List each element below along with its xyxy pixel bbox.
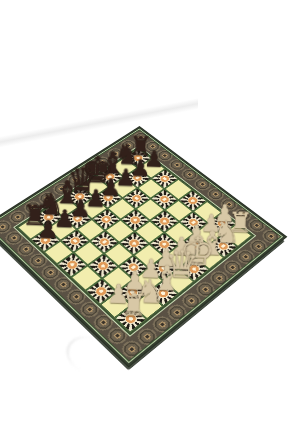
chess-set-photo: { "game": "chess", "position": { "fen": …: [0, 0, 298, 448]
square-d3: [134, 244, 164, 268]
photo-scene: ♜♞♝♛♚♝♞♜♟♟♟♟♟♟♟♟♟♟♟♟♟♟♟♟♜♞♝♛♚♝♞♜: [0, 0, 298, 448]
board-frame: ♜♞♝♛♚♝♞♜♟♟♟♟♟♟♟♟♟♟♟♟♟♟♟♟♜♞♝♛♚♝♞♜: [0, 127, 286, 366]
board-grid: ♜♞♝♛♚♝♞♜♟♟♟♟♟♟♟♟♟♟♟♟♟♟♟♟♜♞♝♛♚♝♞♜: [15, 146, 255, 335]
square-e6: [107, 198, 136, 220]
square-a7: ♟: [30, 228, 60, 251]
chess-board: ♜♞♝♛♚♝♞♜♟♟♟♟♟♟♟♟♟♟♟♟♟♟♟♟♜♞♝♛♚♝♞♜: [0, 127, 286, 366]
piece-dark-rook-h8: ♜: [104, 132, 178, 160]
piece-light-knight-g1: ♞: [186, 216, 267, 249]
square-h4: [179, 190, 207, 211]
